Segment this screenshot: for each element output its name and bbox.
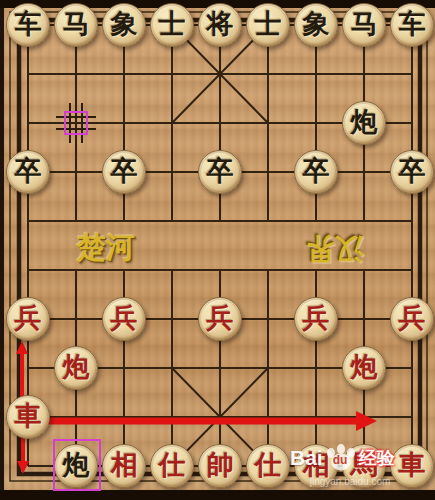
piece-red-soldier[interactable]: 兵 — [102, 297, 146, 341]
piece-black-cannon[interactable]: 炮 — [342, 101, 386, 145]
intersection-4-2[interactable] — [196, 98, 244, 147]
piece-red-chariot[interactable]: 車 — [6, 395, 50, 439]
intersection-5-4[interactable] — [244, 196, 292, 245]
intersection-5-1[interactable] — [244, 49, 292, 98]
intersection-4-0[interactable]: 将 — [196, 0, 244, 49]
intersection-8-7[interactable] — [388, 343, 435, 392]
xiangqi-board-screenshot: 楚河 汉界 车马象士将士象马车炮卒卒卒卒卒兵 — [0, 0, 435, 500]
piece-glyph: 士 — [255, 11, 282, 38]
intersection-2-7[interactable] — [100, 343, 148, 392]
piece-red-cannon[interactable]: 炮 — [54, 346, 98, 390]
intersection-8-5[interactable] — [388, 245, 435, 294]
intersection-6-5[interactable] — [292, 245, 340, 294]
intersection-3-8[interactable] — [148, 392, 196, 441]
intersection-7-7[interactable]: 炮 — [340, 343, 388, 392]
intersection-3-3[interactable] — [148, 147, 196, 196]
intersection-0-8[interactable]: 車 — [4, 392, 52, 441]
intersection-8-4[interactable] — [388, 196, 435, 245]
piece-glyph: 兵 — [399, 305, 426, 332]
piece-red-soldier[interactable]: 兵 — [6, 297, 50, 341]
piece-glyph: 车 — [15, 11, 42, 38]
intersection-7-6[interactable] — [340, 294, 388, 343]
intersection-2-0[interactable]: 象 — [100, 0, 148, 49]
intersection-3-4[interactable] — [148, 196, 196, 245]
intersection-8-3[interactable]: 卒 — [388, 147, 435, 196]
intersection-5-3[interactable] — [244, 147, 292, 196]
piece-red-elephant[interactable]: 相 — [102, 444, 146, 488]
intersection-5-0[interactable]: 士 — [244, 0, 292, 49]
piece-glyph: 帥 — [207, 452, 234, 479]
intersection-1-4[interactable] — [52, 196, 100, 245]
piece-glyph: 卒 — [15, 158, 42, 185]
intersection-2-3[interactable]: 卒 — [100, 147, 148, 196]
piece-glyph: 兵 — [207, 305, 234, 332]
intersection-0-7[interactable] — [4, 343, 52, 392]
piece-black-advisor[interactable]: 士 — [150, 3, 194, 47]
piece-glyph: 仕 — [159, 452, 186, 479]
piece-glyph: 马 — [63, 11, 90, 38]
paw-icon: du — [324, 441, 358, 475]
intersection-1-2[interactable] — [52, 98, 100, 147]
intersection-5-8[interactable] — [244, 392, 292, 441]
piece-glyph: 卒 — [303, 158, 330, 185]
piece-red-advisor[interactable]: 仕 — [246, 444, 290, 488]
intersection-5-7[interactable] — [244, 343, 292, 392]
intersection-2-8[interactable] — [100, 392, 148, 441]
board-grid: 车马象士将士象马车炮卒卒卒卒卒兵兵兵兵兵炮炮車炮相仕帥仕相馬車 — [4, 0, 435, 490]
piece-glyph: 将 — [207, 11, 234, 38]
intersection-3-1[interactable] — [148, 49, 196, 98]
intersection-1-9[interactable]: 炮 — [52, 441, 100, 490]
piece-glyph: 车 — [399, 11, 426, 38]
watermark-brand-prefix: Bai — [290, 446, 323, 470]
intersection-6-8[interactable] — [292, 392, 340, 441]
piece-red-soldier[interactable]: 兵 — [198, 297, 242, 341]
piece-black-elephant[interactable]: 象 — [102, 3, 146, 47]
piece-black-elephant[interactable]: 象 — [294, 3, 338, 47]
intersection-2-2[interactable] — [100, 98, 148, 147]
piece-red-soldier[interactable]: 兵 — [294, 297, 338, 341]
intersection-1-5[interactable] — [52, 245, 100, 294]
intersection-4-1[interactable] — [196, 49, 244, 98]
piece-black-cannon-capturing[interactable]: 炮 — [54, 444, 98, 488]
piece-red-advisor[interactable]: 仕 — [150, 444, 194, 488]
piece-glyph: 炮 — [63, 452, 90, 479]
intersection-0-4[interactable] — [4, 196, 52, 245]
intersection-6-0[interactable]: 象 — [292, 0, 340, 49]
piece-black-general[interactable]: 将 — [198, 3, 242, 47]
intersection-7-0[interactable]: 马 — [340, 0, 388, 49]
piece-glyph: 象 — [303, 11, 330, 38]
piece-black-soldier[interactable]: 卒 — [198, 150, 242, 194]
board-bottom-edge — [0, 490, 435, 500]
piece-black-soldier[interactable]: 卒 — [390, 150, 434, 194]
intersection-4-7[interactable] — [196, 343, 244, 392]
intersection-3-5[interactable] — [148, 245, 196, 294]
piece-glyph: 马 — [351, 11, 378, 38]
intersection-6-6[interactable]: 兵 — [292, 294, 340, 343]
piece-red-cannon[interactable]: 炮 — [342, 346, 386, 390]
piece-glyph: 仕 — [255, 452, 282, 479]
piece-black-chariot[interactable]: 车 — [6, 3, 50, 47]
intersection-4-3[interactable]: 卒 — [196, 147, 244, 196]
intersection-2-1[interactable] — [100, 49, 148, 98]
piece-red-soldier[interactable]: 兵 — [390, 297, 434, 341]
watermark-brand-suffix: 经验 — [359, 446, 395, 470]
piece-black-horse[interactable]: 马 — [54, 3, 98, 47]
intersection-0-0[interactable]: 车 — [4, 0, 52, 49]
intersection-1-6[interactable] — [52, 294, 100, 343]
intersection-2-5[interactable] — [100, 245, 148, 294]
piece-glyph: 炮 — [351, 109, 378, 136]
intersection-3-0[interactable]: 士 — [148, 0, 196, 49]
piece-black-soldier[interactable]: 卒 — [102, 150, 146, 194]
watermark-url: jingyan.baidu.com — [290, 476, 410, 487]
intersection-6-4[interactable] — [292, 196, 340, 245]
intersection-8-8[interactable] — [388, 392, 435, 441]
piece-black-soldier[interactable]: 卒 — [294, 150, 338, 194]
piece-black-advisor[interactable]: 士 — [246, 3, 290, 47]
intersection-6-3[interactable]: 卒 — [292, 147, 340, 196]
intersection-7-1[interactable] — [340, 49, 388, 98]
piece-red-general[interactable]: 帥 — [198, 444, 242, 488]
intersection-0-2[interactable] — [4, 98, 52, 147]
intersection-3-6[interactable] — [148, 294, 196, 343]
intersection-4-8[interactable] — [196, 392, 244, 441]
piece-glyph: 車 — [15, 403, 42, 430]
piece-glyph: 卒 — [111, 158, 138, 185]
intersection-0-1[interactable] — [4, 49, 52, 98]
intersection-8-2[interactable] — [388, 98, 435, 147]
intersection-3-2[interactable] — [148, 98, 196, 147]
intersection-6-1[interactable] — [292, 49, 340, 98]
intersection-0-6[interactable]: 兵 — [4, 294, 52, 343]
intersection-2-9[interactable]: 相 — [100, 441, 148, 490]
intersection-8-0[interactable]: 车 — [388, 0, 435, 49]
piece-glyph: 兵 — [303, 305, 330, 332]
piece-glyph: 炮 — [63, 354, 90, 381]
intersection-2-6[interactable]: 兵 — [100, 294, 148, 343]
piece-glyph: 卒 — [207, 158, 234, 185]
intersection-1-0[interactable]: 马 — [52, 0, 100, 49]
intersection-0-5[interactable] — [4, 245, 52, 294]
intersection-8-6[interactable]: 兵 — [388, 294, 435, 343]
piece-glyph: 象 — [111, 11, 138, 38]
intersection-4-9[interactable]: 帥 — [196, 441, 244, 490]
piece-glyph: 炮 — [351, 354, 378, 381]
watermark-paw-label: du — [333, 453, 348, 467]
intersection-3-9[interactable]: 仕 — [148, 441, 196, 490]
intersection-6-7[interactable] — [292, 343, 340, 392]
intersection-5-9[interactable]: 仕 — [244, 441, 292, 490]
intersection-7-8[interactable] — [340, 392, 388, 441]
piece-glyph: 士 — [159, 11, 186, 38]
intersection-5-2[interactable] — [244, 98, 292, 147]
intersection-7-2[interactable]: 炮 — [340, 98, 388, 147]
intersection-3-7[interactable] — [148, 343, 196, 392]
intersection-1-3[interactable] — [52, 147, 100, 196]
intersection-4-5[interactable] — [196, 245, 244, 294]
piece-glyph: 卒 — [399, 158, 426, 185]
intersection-0-3[interactable]: 卒 — [4, 147, 52, 196]
intersection-7-4[interactable] — [340, 196, 388, 245]
intersection-4-6[interactable]: 兵 — [196, 294, 244, 343]
intersection-4-4[interactable] — [196, 196, 244, 245]
piece-black-chariot[interactable]: 车 — [390, 3, 434, 47]
intersection-5-6[interactable] — [244, 294, 292, 343]
intersection-1-8[interactable] — [52, 392, 100, 441]
intersection-1-1[interactable] — [52, 49, 100, 98]
piece-black-horse[interactable]: 马 — [342, 3, 386, 47]
piece-glyph: 兵 — [111, 305, 138, 332]
piece-black-soldier[interactable]: 卒 — [6, 150, 50, 194]
piece-glyph: 兵 — [15, 305, 42, 332]
intersection-2-4[interactable] — [100, 196, 148, 245]
intersection-0-9[interactable] — [4, 441, 52, 490]
watermark: Bai du 经验 jingyan.baidu.com — [290, 441, 430, 487]
intersection-7-3[interactable] — [340, 147, 388, 196]
intersection-7-5[interactable] — [340, 245, 388, 294]
piece-glyph: 相 — [111, 452, 138, 479]
intersection-8-1[interactable] — [388, 49, 435, 98]
intersection-5-5[interactable] — [244, 245, 292, 294]
intersection-1-7[interactable]: 炮 — [52, 343, 100, 392]
intersection-6-2[interactable] — [292, 98, 340, 147]
